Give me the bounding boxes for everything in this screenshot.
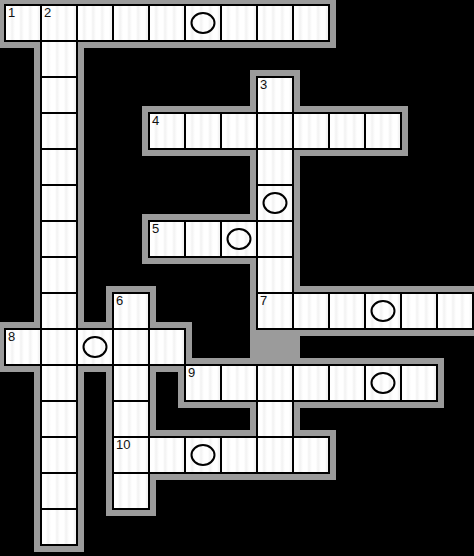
grid-cell-r10c8[interactable] — [292, 364, 330, 402]
clue-number-9: 9 — [188, 365, 195, 380]
hidden-word-circle-icon — [371, 372, 396, 394]
grid-cell-r4c1[interactable] — [40, 148, 78, 186]
grid-cell-r3c10[interactable] — [364, 112, 402, 150]
grid-cell-r3c9[interactable] — [328, 112, 366, 150]
grid-cell-r10c3[interactable] — [112, 364, 150, 402]
grid-cell-r13c3[interactable] — [112, 472, 150, 510]
grid-cell-r0c7[interactable] — [256, 4, 294, 42]
grid-cell-r5c1[interactable] — [40, 184, 78, 222]
grid-cell-r5c7[interactable] — [256, 184, 294, 222]
grid-cell-r14c1[interactable] — [40, 508, 78, 546]
clue-number-1: 1 — [8, 5, 15, 20]
grid-cell-r9c3[interactable] — [112, 328, 150, 366]
grid-cell-r9c4[interactable] — [148, 328, 186, 366]
grid-cell-r3c4[interactable]: 4 — [148, 112, 186, 150]
grid-cell-r12c1[interactable] — [40, 436, 78, 474]
clue-number-7: 7 — [260, 293, 267, 308]
grid-cell-r3c1[interactable] — [40, 112, 78, 150]
grid-cell-r10c1[interactable] — [40, 364, 78, 402]
grid-cell-r10c6[interactable] — [220, 364, 258, 402]
grid-cell-r0c2[interactable] — [76, 4, 114, 42]
grid-cell-r8c11[interactable] — [400, 292, 438, 330]
grid-cell-r10c11[interactable] — [400, 364, 438, 402]
grid-cell-r6c4[interactable]: 5 — [148, 220, 186, 258]
grid-cell-r3c6[interactable] — [220, 112, 258, 150]
hidden-word-circle-icon — [191, 12, 216, 34]
hidden-word-circle-icon — [83, 336, 108, 358]
grid-cell-r8c12[interactable] — [436, 292, 474, 330]
grid-cell-r10c7[interactable] — [256, 364, 294, 402]
grid-cell-r0c0[interactable]: 1 — [4, 4, 42, 42]
grid-cell-r0c3[interactable] — [112, 4, 150, 42]
grid-cell-r10c10[interactable] — [364, 364, 402, 402]
grid-cell-r9c2[interactable] — [76, 328, 114, 366]
grid-cell-r3c8[interactable] — [292, 112, 330, 150]
grid-cell-r9c0[interactable]: 8 — [4, 328, 42, 366]
grid-cell-r10c9[interactable] — [328, 364, 366, 402]
grid-cell-r11c1[interactable] — [40, 400, 78, 438]
grid-cell-r8c3[interactable]: 6 — [112, 292, 150, 330]
clue-number-10: 10 — [116, 437, 130, 452]
clue-number-4: 4 — [152, 113, 159, 128]
grid-cell-r6c5[interactable] — [184, 220, 222, 258]
grid-cell-r8c8[interactable] — [292, 292, 330, 330]
grid-cell-r2c1[interactable] — [40, 76, 78, 114]
grid-cell-r1c1[interactable] — [40, 40, 78, 78]
grid-cell-r12c7[interactable] — [256, 436, 294, 474]
grid-cell-r12c6[interactable] — [220, 436, 258, 474]
clue-number-6: 6 — [116, 293, 123, 308]
grid-cell-r12c3[interactable]: 10 — [112, 436, 150, 474]
grid-cell-r12c8[interactable] — [292, 436, 330, 474]
grid-cell-r13c1[interactable] — [40, 472, 78, 510]
grid-cell-r12c5[interactable] — [184, 436, 222, 474]
grid-cell-r6c1[interactable] — [40, 220, 78, 258]
clue-number-8: 8 — [8, 329, 15, 344]
grid-cell-r11c7[interactable] — [256, 400, 294, 438]
grid-cell-r6c7[interactable] — [256, 220, 294, 258]
grid-cell-r6c6[interactable] — [220, 220, 258, 258]
grid-cell-r4c7[interactable] — [256, 148, 294, 186]
grid-cell-r12c4[interactable] — [148, 436, 186, 474]
hidden-word-circle-icon — [263, 192, 288, 214]
hidden-word-circle-icon — [191, 444, 216, 466]
grid-cell-r3c5[interactable] — [184, 112, 222, 150]
grid-cell-r8c10[interactable] — [364, 292, 402, 330]
grid-cell-r11c3[interactable] — [112, 400, 150, 438]
grid-cell-r2c7[interactable]: 3 — [256, 76, 294, 114]
grid-cell-r9c1[interactable] — [40, 328, 78, 366]
crossword-board: 12345678910 — [0, 0, 474, 556]
hidden-word-circle-icon — [371, 300, 396, 322]
grid-cell-r7c7[interactable] — [256, 256, 294, 294]
grid-cell-r0c4[interactable] — [148, 4, 186, 42]
clue-number-3: 3 — [260, 77, 267, 92]
grid-cell-r8c7[interactable]: 7 — [256, 292, 294, 330]
grid-cell-r0c6[interactable] — [220, 4, 258, 42]
hidden-word-circle-icon — [227, 228, 252, 250]
clue-number-2: 2 — [44, 5, 51, 20]
grid-cell-r10c5[interactable]: 9 — [184, 364, 222, 402]
grid-cell-r0c1[interactable]: 2 — [40, 4, 78, 42]
grid-cell-r3c7[interactable] — [256, 112, 294, 150]
grid-cell-r8c9[interactable] — [328, 292, 366, 330]
grid-cell-r7c1[interactable] — [40, 256, 78, 294]
clue-number-5: 5 — [152, 221, 159, 236]
grid-cell-r8c1[interactable] — [40, 292, 78, 330]
grid-cell-r0c8[interactable] — [292, 4, 330, 42]
grid-cell-r0c5[interactable] — [184, 4, 222, 42]
